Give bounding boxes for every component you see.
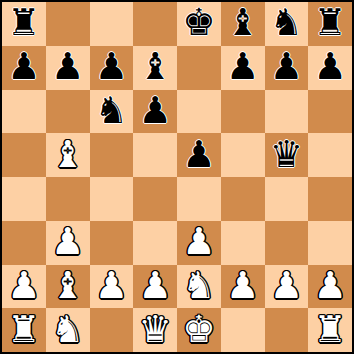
square-a7[interactable]: ♟: [2, 46, 46, 90]
square-f7[interactable]: ♟: [221, 46, 265, 90]
square-e2[interactable]: ♞: [177, 265, 221, 309]
square-f2[interactable]: ♟: [221, 265, 265, 309]
square-b3[interactable]: ♟: [46, 221, 90, 265]
square-f3[interactable]: [221, 221, 265, 265]
square-f6[interactable]: [221, 90, 265, 134]
square-b2[interactable]: ♝: [46, 265, 90, 309]
square-h3[interactable]: [308, 221, 352, 265]
square-c4[interactable]: [90, 177, 134, 221]
square-a8[interactable]: ♜: [2, 2, 46, 46]
black-pawn[interactable]: ♟: [7, 48, 40, 85]
white-pawn[interactable]: ♟: [95, 267, 128, 304]
black-knight[interactable]: ♞: [270, 4, 303, 41]
black-pawn[interactable]: ♟: [314, 48, 347, 85]
square-h2[interactable]: ♟: [308, 265, 352, 309]
square-g7[interactable]: ♟: [265, 46, 309, 90]
square-h6[interactable]: [308, 90, 352, 134]
black-pawn[interactable]: ♟: [182, 136, 215, 173]
white-pawn[interactable]: ♟: [182, 223, 215, 260]
black-knight[interactable]: ♞: [95, 92, 128, 129]
black-bishop[interactable]: ♝: [139, 48, 172, 85]
square-g3[interactable]: [265, 221, 309, 265]
square-h5[interactable]: [308, 133, 352, 177]
black-pawn[interactable]: ♟: [270, 48, 303, 85]
square-a5[interactable]: [2, 133, 46, 177]
white-pawn[interactable]: ♟: [270, 267, 303, 304]
white-bishop[interactable]: ♝: [51, 267, 84, 304]
square-d4[interactable]: [133, 177, 177, 221]
black-queen[interactable]: ♛: [270, 136, 303, 173]
square-b6[interactable]: [46, 90, 90, 134]
white-pawn[interactable]: ♟: [314, 267, 347, 304]
black-rook[interactable]: ♜: [7, 4, 40, 41]
square-b4[interactable]: [46, 177, 90, 221]
square-e5[interactable]: ♟: [177, 133, 221, 177]
square-b1[interactable]: ♞: [46, 308, 90, 352]
square-h1[interactable]: ♜: [308, 308, 352, 352]
white-pawn[interactable]: ♟: [226, 267, 259, 304]
square-f4[interactable]: [221, 177, 265, 221]
square-a2[interactable]: ♟: [2, 265, 46, 309]
black-pawn[interactable]: ♟: [139, 92, 172, 129]
square-d1[interactable]: ♛: [133, 308, 177, 352]
square-f8[interactable]: ♝: [221, 2, 265, 46]
square-e4[interactable]: [177, 177, 221, 221]
white-rook[interactable]: ♜: [314, 311, 347, 348]
square-g8[interactable]: ♞: [265, 2, 309, 46]
square-b5[interactable]: ♝: [46, 133, 90, 177]
square-b8[interactable]: [46, 2, 90, 46]
square-d3[interactable]: [133, 221, 177, 265]
square-b7[interactable]: ♟: [46, 46, 90, 90]
square-d6[interactable]: ♟: [133, 90, 177, 134]
square-d2[interactable]: ♟: [133, 265, 177, 309]
square-e6[interactable]: [177, 90, 221, 134]
square-g1[interactable]: [265, 308, 309, 352]
square-g2[interactable]: ♟: [265, 265, 309, 309]
square-c2[interactable]: ♟: [90, 265, 134, 309]
square-c5[interactable]: [90, 133, 134, 177]
white-pawn[interactable]: ♟: [7, 267, 40, 304]
square-g6[interactable]: [265, 90, 309, 134]
square-a3[interactable]: [2, 221, 46, 265]
black-bishop[interactable]: ♝: [226, 4, 259, 41]
black-king[interactable]: ♚: [182, 4, 215, 41]
black-pawn[interactable]: ♟: [95, 48, 128, 85]
square-f5[interactable]: [221, 133, 265, 177]
square-a1[interactable]: ♜: [2, 308, 46, 352]
square-a4[interactable]: [2, 177, 46, 221]
square-d8[interactable]: [133, 2, 177, 46]
white-queen[interactable]: ♛: [139, 311, 172, 348]
square-c6[interactable]: ♞: [90, 90, 134, 134]
square-f1[interactable]: [221, 308, 265, 352]
white-king[interactable]: ♚: [182, 311, 215, 348]
square-g4[interactable]: [265, 177, 309, 221]
square-c8[interactable]: [90, 2, 134, 46]
square-h8[interactable]: ♜: [308, 2, 352, 46]
chess-board: ♜♚♝♞♜♟♟♟♝♟♟♟♞♟♝♟♛♟♟♟♝♟♟♞♟♟♟♜♞♛♚♜: [2, 2, 352, 352]
white-pawn[interactable]: ♟: [51, 223, 84, 260]
square-e8[interactable]: ♚: [177, 2, 221, 46]
white-rook[interactable]: ♜: [7, 311, 40, 348]
black-rook[interactable]: ♜: [314, 4, 347, 41]
white-knight[interactable]: ♞: [51, 311, 84, 348]
square-a6[interactable]: [2, 90, 46, 134]
black-pawn[interactable]: ♟: [226, 48, 259, 85]
square-d7[interactable]: ♝: [133, 46, 177, 90]
black-pawn[interactable]: ♟: [51, 48, 84, 85]
white-pawn[interactable]: ♟: [139, 267, 172, 304]
chess-board-frame: ♜♚♝♞♜♟♟♟♝♟♟♟♞♟♝♟♛♟♟♟♝♟♟♞♟♟♟♜♞♛♚♜: [0, 0, 354, 354]
square-h4[interactable]: [308, 177, 352, 221]
square-h7[interactable]: ♟: [308, 46, 352, 90]
square-d5[interactable]: [133, 133, 177, 177]
square-e3[interactable]: ♟: [177, 221, 221, 265]
square-e7[interactable]: [177, 46, 221, 90]
square-c1[interactable]: [90, 308, 134, 352]
square-c7[interactable]: ♟: [90, 46, 134, 90]
white-knight[interactable]: ♞: [182, 267, 215, 304]
square-g5[interactable]: ♛: [265, 133, 309, 177]
white-bishop[interactable]: ♝: [51, 136, 84, 173]
square-c3[interactable]: [90, 221, 134, 265]
square-e1[interactable]: ♚: [177, 308, 221, 352]
